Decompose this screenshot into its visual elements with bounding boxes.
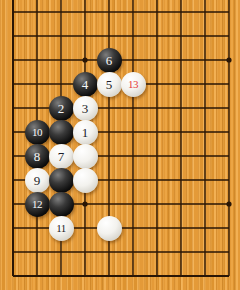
move-number: 11 [56,216,66,241]
move-number: 3 [82,96,89,121]
stone-white-C6[interactable]: 7 [49,144,74,169]
stone-black-B6[interactable]: 8 [25,144,50,169]
stone-black-C7[interactable] [49,120,74,145]
star-point-D4 [82,201,87,206]
stone-black-B4[interactable]: 12 [25,192,50,217]
go-board[interactable]: 64513231018791211 [0,0,240,290]
star-point-K4 [226,201,231,206]
stone-black-C8[interactable]: 2 [49,96,74,121]
move-number: 8 [34,144,41,169]
stone-black-C5[interactable] [49,168,74,193]
move-number: 7 [58,144,65,169]
move-number: 9 [34,168,41,193]
stone-white-E3[interactable] [97,216,122,241]
stone-white-D6[interactable] [73,144,98,169]
stone-white-E9[interactable]: 5 [97,72,122,97]
stone-white-F9[interactable]: 13 [121,72,146,97]
move-number: 1 [82,120,89,145]
move-number: 12 [32,192,42,217]
stone-black-B7[interactable]: 10 [25,120,50,145]
stone-white-C3[interactable]: 11 [49,216,74,241]
stone-white-D5[interactable] [73,168,98,193]
stone-white-B5[interactable]: 9 [25,168,50,193]
stone-white-D8[interactable]: 3 [73,96,98,121]
move-number: 2 [58,96,65,121]
stone-black-D9[interactable]: 4 [73,72,98,97]
move-number: 13 [128,72,138,97]
move-number: 6 [106,48,113,73]
move-number: 5 [106,72,113,97]
stone-black-E10[interactable]: 6 [97,48,122,73]
stone-white-D7[interactable]: 1 [73,120,98,145]
star-point-D10 [82,57,87,62]
move-number: 10 [32,120,42,145]
stone-black-C4[interactable] [49,192,74,217]
move-number: 4 [82,72,89,97]
star-point-K10 [226,57,231,62]
